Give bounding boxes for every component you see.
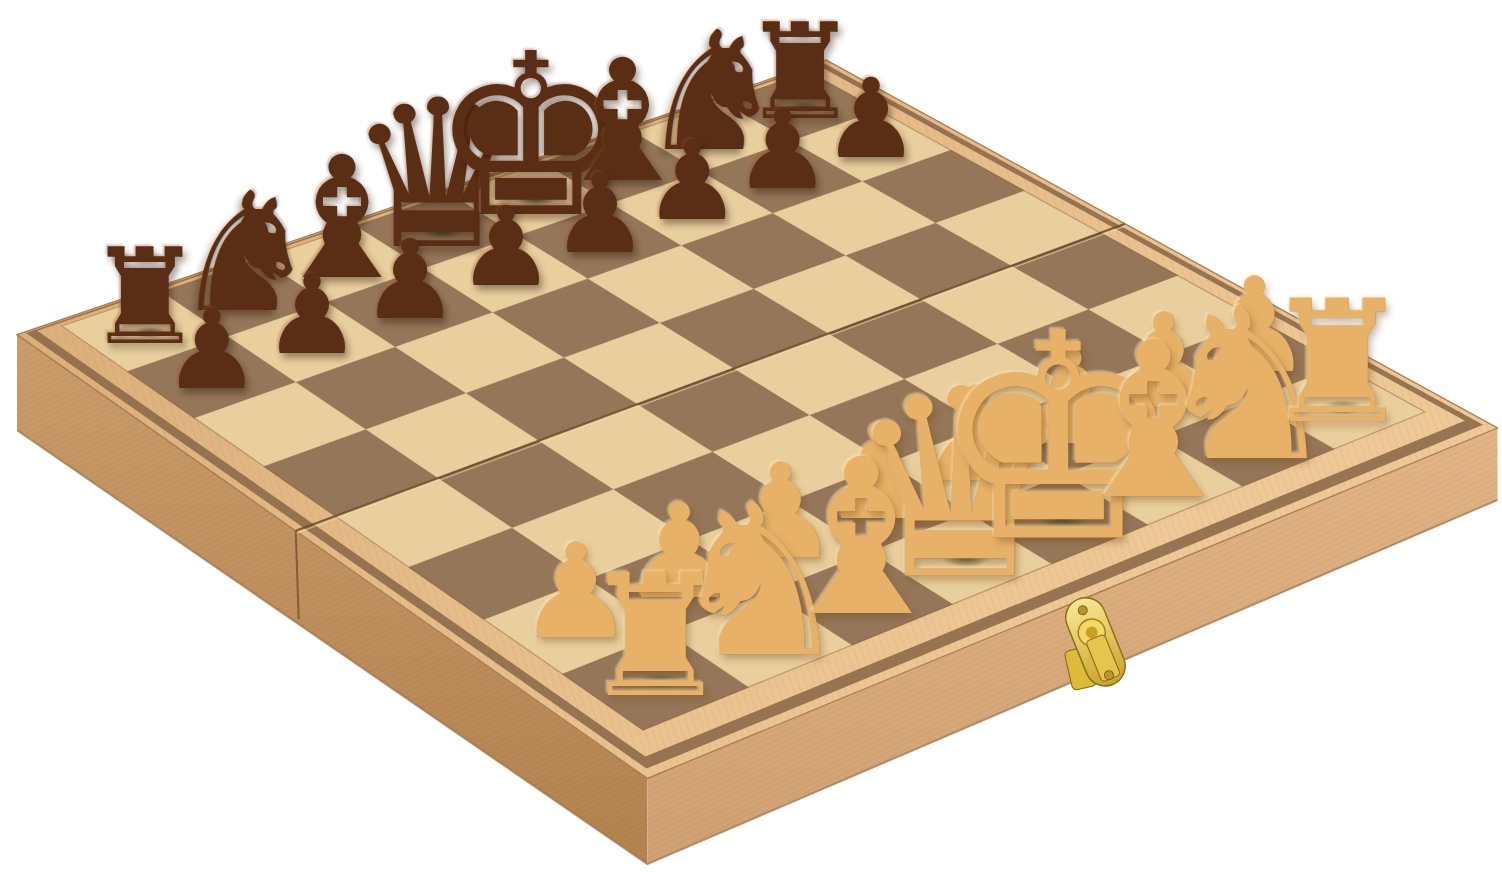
piece-white-rook-h1[interactable]: ♜	[1262, 277, 1414, 446]
piece-black-pawn-a7[interactable]: ♟	[162, 295, 261, 405]
chess-set-photo: ♜♞♝♛♚♝♞♜♟♟♟♟♟♟♟♟♟♟♟♟♟♟♟♟♜♞♝♛♚♝♞♜	[0, 0, 1502, 886]
piece-black-pawn-h7[interactable]: ♟	[822, 64, 921, 174]
piece-black-pawn-f7[interactable]: ♟	[643, 126, 742, 236]
piece-black-pawn-b7[interactable]: ♟	[263, 260, 362, 370]
piece-black-pawn-e7[interactable]: ♟	[551, 159, 650, 269]
piece-black-pawn-c7[interactable]: ♟	[361, 225, 460, 335]
piece-black-pawn-d7[interactable]: ♟	[457, 192, 556, 302]
piece-black-pawn-g7[interactable]: ♟	[733, 95, 832, 205]
